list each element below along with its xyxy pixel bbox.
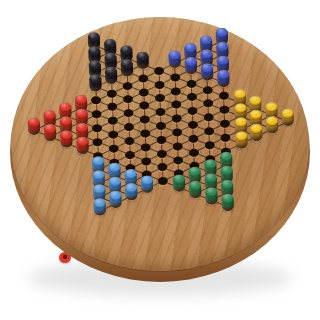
- peg-black[interactable]: [121, 59, 134, 76]
- board-hole[interactable]: [186, 79, 196, 87]
- peg-top: [221, 180, 233, 189]
- board-hole[interactable]: [189, 148, 199, 156]
- board-hole[interactable]: [157, 149, 167, 157]
- peg-yellow[interactable]: [235, 131, 248, 148]
- board-hole[interactable]: [154, 80, 164, 88]
- peg-green[interactable]: [189, 181, 202, 198]
- peg-top: [216, 42, 228, 51]
- board-hole[interactable]: [172, 142, 182, 150]
- peg-top: [76, 136, 88, 145]
- board-hole[interactable]: [141, 157, 151, 165]
- peg-blue[interactable]: [217, 69, 230, 86]
- peg-light_blue[interactable]: [94, 198, 107, 215]
- peg-yellow[interactable]: [250, 123, 263, 140]
- peg-red[interactable]: [44, 124, 57, 141]
- peg-top: [200, 49, 212, 58]
- peg-blue[interactable]: [201, 63, 214, 80]
- board-hole[interactable]: [188, 135, 198, 143]
- peg-blue[interactable]: [168, 50, 181, 67]
- board-hole[interactable]: [173, 156, 183, 164]
- board-hole[interactable]: [188, 121, 198, 129]
- board-hole[interactable]: [156, 136, 166, 144]
- peg-yellow[interactable]: [282, 108, 295, 125]
- board-hole[interactable]: [123, 82, 133, 90]
- peg-red[interactable]: [76, 136, 89, 153]
- peg-top: [60, 130, 72, 139]
- peg-top: [234, 117, 246, 126]
- peg-top: [216, 55, 228, 64]
- peg-top: [235, 131, 247, 140]
- peg-yellow[interactable]: [266, 116, 279, 133]
- peg-top: [59, 116, 71, 125]
- board-hole[interactable]: [138, 74, 148, 82]
- peg-top: [221, 193, 233, 202]
- peg-green[interactable]: [205, 187, 218, 204]
- board-hole[interactable]: [220, 133, 230, 141]
- peg-red[interactable]: [60, 130, 73, 147]
- peg-black[interactable]: [105, 66, 118, 83]
- hole-connector-lines: [0, 0, 320, 320]
- peg-top: [168, 50, 180, 59]
- board-hole[interactable]: [139, 88, 149, 96]
- peg-top: [217, 69, 229, 78]
- peg-top: [234, 103, 246, 112]
- product-photo-scene: [0, 0, 320, 320]
- board-hole[interactable]: [204, 141, 214, 149]
- board-hole[interactable]: [125, 151, 135, 159]
- board-hole[interactable]: [170, 73, 180, 81]
- board-hole[interactable]: [154, 67, 164, 75]
- peg-top: [44, 124, 56, 133]
- peg-top: [75, 122, 87, 131]
- peg-green[interactable]: [221, 193, 234, 210]
- board-hole[interactable]: [171, 87, 181, 95]
- board-hole[interactable]: [204, 127, 214, 135]
- peg-light_blue[interactable]: [110, 190, 123, 207]
- peg-green[interactable]: [173, 174, 186, 191]
- peg-light_blue[interactable]: [125, 183, 138, 200]
- board-hole[interactable]: [107, 89, 117, 97]
- peg-black[interactable]: [136, 51, 149, 68]
- peg-top: [75, 109, 87, 118]
- board-hole[interactable]: [172, 128, 182, 136]
- peg-top: [184, 57, 196, 66]
- board-hole[interactable]: [141, 143, 151, 151]
- peg-red[interactable]: [27, 117, 40, 134]
- peg-black[interactable]: [90, 74, 103, 91]
- peg-top: [201, 63, 213, 72]
- peg-light_blue[interactable]: [141, 175, 154, 192]
- star-grid: [0, 0, 320, 320]
- peg-blue[interactable]: [184, 57, 197, 74]
- board-hole[interactable]: [219, 120, 229, 128]
- board-hole[interactable]: [202, 86, 212, 94]
- peg-top: [205, 187, 217, 196]
